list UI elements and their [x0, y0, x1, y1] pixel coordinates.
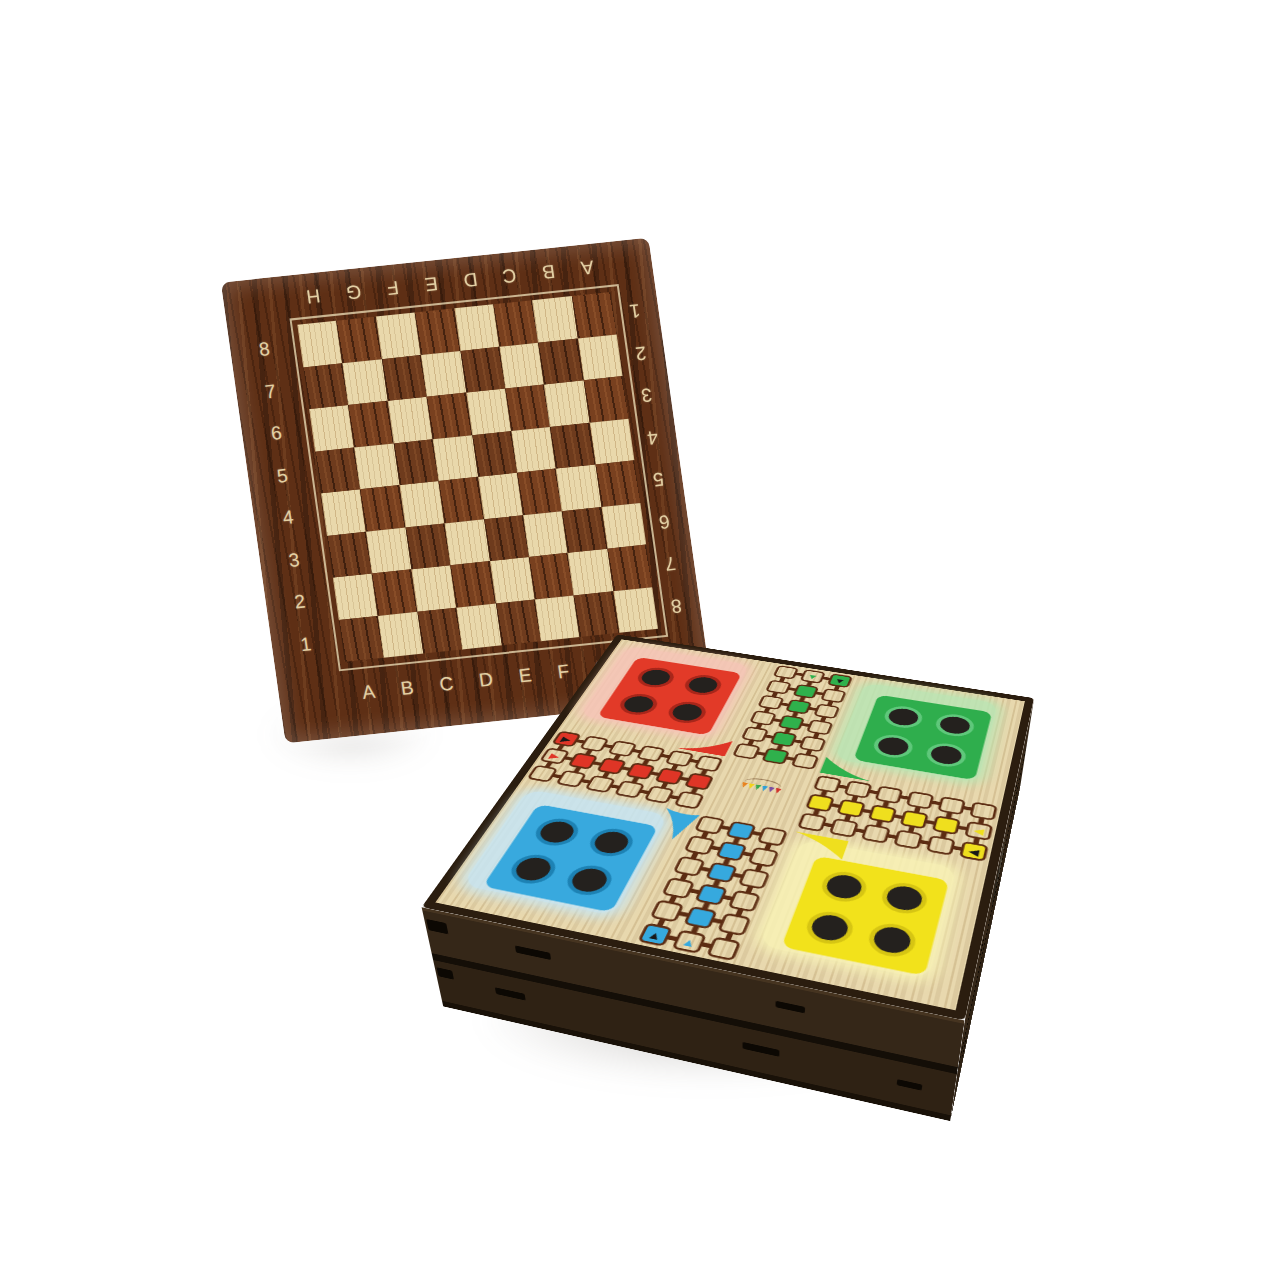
chess-rank-label-left: 7: [264, 380, 278, 403]
ludo-cell-r9c14: [926, 835, 956, 856]
ludo-cell-r15c8: ▲: [671, 929, 707, 954]
chess-square-c5: [393, 439, 438, 485]
chess-file-label-top: G: [345, 280, 363, 303]
chess-rank-label-right: 5: [651, 468, 665, 491]
chess-square-a7: [303, 363, 348, 409]
chess-square-d3: [444, 519, 489, 565]
brand-logo-pennant: [753, 784, 761, 790]
chess-square-a8: [297, 321, 342, 367]
ludo-arrow-glyph: ▼: [833, 677, 847, 685]
ludo-connector: [690, 925, 699, 934]
chess-square-h7: [577, 334, 622, 380]
ludo-cell-r9c11: [829, 818, 859, 838]
ludo-cell-r14c7: [650, 899, 685, 922]
chess-square-e1: [495, 599, 540, 645]
ludo-connector: [951, 846, 963, 851]
ludo-cell-r12c8-blue: [705, 862, 738, 884]
ludo-yard-disc-green: [924, 741, 969, 769]
chess-rank-label-right: 7: [663, 552, 677, 575]
ludo-cell-r7c15: [969, 802, 998, 821]
chess-square-b4: [360, 485, 405, 531]
chess-file-label-top: B: [541, 260, 557, 283]
ludo-connector: [732, 873, 745, 879]
chess-square-g5: [550, 422, 595, 468]
ludo-connector: [712, 879, 721, 887]
ludo-connector: [679, 873, 688, 881]
ludo-cell-r8c10-yellow: [805, 793, 835, 812]
ludo-cell-r10c8-blue: [725, 821, 757, 841]
ludo-connector: [735, 908, 744, 917]
chess-square-e6: [466, 388, 511, 434]
chess-square-e5: [472, 431, 517, 477]
ludo-yard-blue: [483, 804, 659, 912]
ludo-connector: [701, 902, 710, 911]
ludo-arrow-glyph: ▶: [548, 752, 562, 761]
ludo-arrow-glyph: ◀: [968, 846, 981, 857]
ludo-cell-r8c11-yellow: [836, 799, 866, 818]
chess-square-g7: [538, 338, 583, 384]
ludo-connector: [882, 801, 889, 808]
chess-square-a3: [327, 531, 372, 577]
ludo-connector: [732, 837, 740, 845]
chess-rank-label-left: 6: [270, 422, 284, 445]
chess-square-f7: [499, 342, 544, 388]
chess-file-label-top: H: [305, 284, 322, 307]
chess-square-c6: [388, 397, 433, 443]
chess-square-a1: [339, 615, 384, 661]
chess-square-b6: [348, 401, 393, 447]
chess-square-d5: [433, 435, 478, 481]
ludo-yard-disc-yellow: [865, 920, 919, 960]
chess-square-h3: [601, 502, 646, 548]
ludo-cell-r15c9: [706, 936, 741, 961]
ludo-arrow-glyph: ▲: [646, 928, 665, 941]
chess-square-b1: [378, 611, 423, 657]
chess-square-d8: [415, 308, 460, 354]
ludo-cell-r9c13: [893, 829, 923, 849]
box-joint-slot: [776, 1001, 806, 1014]
ludo-connector: [908, 826, 915, 834]
chess-square-a4: [321, 489, 366, 535]
chess-square-h1: [613, 587, 658, 633]
box-joint-slot: [437, 967, 454, 979]
chess-square-d7: [421, 350, 466, 396]
ludo-connector: [690, 852, 699, 860]
ludo-cell-r8c12-yellow: [868, 804, 898, 823]
ludo-cell-r8c14-yellow: [932, 815, 961, 835]
ludo-cell-r12c9: [738, 868, 771, 890]
ludo-connector: [812, 809, 820, 816]
ludo-connector: [957, 825, 969, 830]
chess-file-label-top: E: [423, 272, 439, 295]
ludo-yard-disc-blue: [584, 826, 639, 860]
chess-file-label-bottom: F: [556, 660, 571, 683]
ludo-connector: [946, 812, 953, 819]
ludo-connector: [919, 840, 931, 845]
ludo-cell-r9c5: [644, 785, 675, 804]
chess-square-c8: [376, 312, 421, 358]
chess-square-g4: [556, 464, 601, 510]
ludo-connector: [820, 790, 828, 797]
ludo-connector: [893, 814, 905, 819]
ludo-cell-r6c9: [791, 752, 820, 770]
brand-logo-pennant: [747, 783, 755, 789]
ludo-connector: [668, 895, 677, 904]
chess-rank-label-right: 2: [634, 341, 648, 364]
chess-square-c3: [405, 523, 450, 569]
ludo-cell-r11c9: [747, 847, 779, 868]
chess-square-e7: [460, 346, 505, 392]
ludo-yard-disc-red: [664, 699, 711, 725]
ludo-cell-r8c6-red: [684, 772, 715, 790]
chess-square-d2: [450, 561, 495, 607]
ludo-cell-r8c15: ◀: [964, 821, 993, 841]
ludo-connector: [699, 866, 711, 872]
ludo-yard-disc-green: [870, 732, 915, 760]
ludo-connector: [940, 831, 947, 839]
ludo-yard-disc-yellow: [818, 869, 871, 906]
chess-square-e8: [454, 304, 499, 350]
ludo-cell-r9c6: [674, 791, 705, 810]
ludo-connector: [844, 814, 852, 821]
ludo-connector: [690, 787, 698, 794]
box-joint-slot: [743, 1042, 780, 1057]
ludo-connector: [677, 911, 690, 917]
chess-square-a5: [315, 447, 360, 493]
ludo-connector: [822, 822, 834, 827]
direction-fin-yellow: [786, 830, 851, 861]
ludo-cell-r7c13: [906, 791, 935, 810]
chess-square-h4: [595, 460, 640, 506]
chess-square-e2: [490, 557, 535, 603]
ludo-connector: [886, 834, 898, 839]
ludo-connector: [721, 895, 734, 901]
chess-square-h5: [589, 418, 634, 464]
ludo-connector: [666, 935, 679, 941]
ludo-connector: [725, 932, 734, 941]
ludo-connector: [668, 795, 680, 800]
chess-file-label-bottom: A: [361, 681, 377, 704]
ludo-cell-r14c8-blue: [683, 906, 718, 930]
chess-rank-label-left: 5: [275, 465, 289, 488]
ludo-cell-r12c7: [673, 856, 706, 877]
chess-square-a2: [333, 573, 378, 619]
ludo-arrow-glyph: ◀: [973, 826, 985, 836]
box-joint-slot: [515, 945, 551, 960]
ludo-yard-disc-red: [680, 673, 725, 698]
chess-rank-label-left: 1: [299, 633, 313, 656]
box-joint-slot: [897, 1079, 923, 1091]
chess-square-c1: [417, 607, 462, 653]
ludo-cell-r13c9: [728, 890, 762, 913]
ludo-connector: [962, 806, 973, 811]
chess-square-a6: [309, 405, 354, 451]
ludo-connector: [722, 858, 731, 866]
box-joint-slot: [426, 919, 448, 934]
chess-file-label-bottom: E: [517, 664, 533, 687]
ludo-cell-r10c9: [757, 826, 788, 846]
ludo-yard-disc-green: [933, 712, 976, 739]
ludo-cell-r7c12: [874, 785, 903, 804]
ludo-connector: [755, 864, 764, 872]
chess-square-g3: [562, 507, 607, 553]
ludo-yard-glow-blue: [462, 789, 669, 916]
chess-file-label-top: C: [501, 264, 518, 287]
ludo-connector: [925, 820, 937, 825]
chess-rank-label-left: 2: [293, 591, 307, 614]
chess-square-f5: [511, 426, 556, 472]
chess-square-f4: [517, 469, 562, 515]
chess-rank-label-right: 3: [640, 384, 654, 407]
ludo-arrow-glyph: ▶: [560, 735, 574, 744]
ludo-cell-r13c7: [661, 877, 695, 899]
chess-square-h6: [583, 376, 628, 422]
ludo-connector: [700, 942, 713, 948]
chess-square-c7: [382, 355, 427, 401]
chess-square-b8: [337, 317, 382, 363]
chess-square-h2: [607, 545, 652, 591]
brand-logo: [728, 774, 794, 803]
ludo-cell-r11c7: [683, 835, 715, 856]
chess-rank-label-right: 8: [669, 594, 683, 617]
ludo-yard-disc-blue: [504, 852, 562, 887]
ludo-arrow-glyph: ▼: [806, 673, 820, 681]
chess-square-g8: [532, 296, 577, 342]
chess-rank-label-right: 1: [628, 299, 642, 322]
chess-square-d6: [427, 393, 472, 439]
chess-square-e3: [484, 515, 529, 561]
ludo-connector: [719, 825, 731, 830]
ludo-connector: [876, 820, 884, 828]
ludo-cell-r11c8-blue: [715, 841, 747, 862]
ludo-yard-disc-green: [881, 704, 925, 730]
chess-rank-label-left: 4: [281, 507, 295, 530]
chess-rank-label-right: 4: [645, 426, 659, 449]
brand-logo-pennant: [767, 787, 775, 793]
chess-file-label-top: D: [462, 268, 479, 291]
ludo-cell-r7c6: [694, 755, 724, 773]
ludo-cell-r9c10: [797, 812, 828, 832]
chess-square-b7: [342, 359, 387, 405]
chess-square-f2: [529, 553, 574, 599]
chess-file-label-bottom: D: [478, 668, 495, 691]
ludo-connector: [751, 831, 763, 836]
chess-square-h8: [571, 292, 616, 338]
chess-square-g1: [574, 591, 619, 637]
chess-square-d1: [456, 603, 501, 649]
chess-file-label-top: A: [580, 256, 596, 279]
chess-square-g6: [544, 380, 589, 426]
ludo-connector: [899, 795, 910, 800]
chess-square-d4: [439, 477, 484, 523]
chess-square-e4: [478, 473, 523, 519]
ludo-yard-disc-red: [633, 666, 679, 690]
chess-square-b5: [354, 443, 399, 489]
chess-file-label-bottom: B: [399, 677, 415, 700]
ludo-yard-disc-red: [615, 692, 662, 718]
box-joint-slot: [962, 1034, 967, 1060]
chess-square-g2: [568, 549, 613, 595]
direction-fin-blue: [649, 807, 702, 844]
chess-rank-label-left: 8: [258, 338, 272, 361]
ludo-connector: [914, 806, 921, 813]
ludo-connector: [741, 851, 753, 856]
ludo-connector: [701, 831, 710, 839]
ludo-connector: [764, 843, 772, 851]
ludo-yard-yellow: [781, 856, 949, 976]
ludo-connector: [711, 918, 724, 924]
ludo-connector: [930, 800, 941, 805]
ludo-connector: [978, 817, 985, 825]
chess-square-f3: [523, 511, 568, 557]
ludo-connector: [854, 828, 866, 833]
ludo-connector: [973, 837, 980, 845]
ludo-cell-r9c15-yellow: ◀: [959, 841, 989, 862]
ludo-connector: [830, 803, 842, 808]
ludo-connector: [745, 885, 754, 894]
ludo-cell-r13c8-blue: [694, 883, 728, 906]
brand-logo-pennant: [774, 788, 782, 794]
ludo-yard-disc-yellow: [878, 880, 930, 917]
ludo-yard-glow-yellow: [759, 839, 957, 979]
chess-square-b2: [372, 569, 417, 615]
ludo-cell-r15c7-blue: ▲: [637, 923, 673, 947]
ludo-cell-r9c12: [861, 824, 891, 844]
chess-square-f8: [493, 300, 538, 346]
ludo-yard-disc-yellow: [802, 908, 857, 947]
ludo-yard-disc-blue: [529, 816, 584, 849]
ludo-connector: [688, 888, 701, 894]
ludo-cell-r8c13-yellow: [900, 810, 929, 830]
chess-rank-label-right: 6: [657, 510, 671, 533]
chess-grid: [297, 292, 658, 662]
chess-file-label-top: F: [385, 276, 400, 299]
ludo-connector: [851, 795, 858, 802]
brand-logo-pennant: [740, 782, 748, 788]
ludo-track: ▼▼▶▶◀◀▲▲: [622, 639, 1025, 701]
chess-square-c2: [411, 565, 456, 611]
chess-square-f6: [505, 384, 550, 430]
chess-file-label-bottom: C: [438, 673, 455, 696]
chess-square-c4: [399, 481, 444, 527]
ludo-connector: [861, 809, 873, 814]
chess-rank-label-left: 3: [287, 549, 301, 572]
ludo-connector: [656, 918, 666, 927]
product-photo-scene: HGFEDCBA ABCDEFGH 87654321 12345678 ▼▼▶▶…: [0, 0, 1280, 1280]
box-joint-slot: [495, 987, 526, 1000]
chess-square-f1: [535, 595, 580, 641]
ludo-cell-r7c14: [937, 796, 966, 815]
ludo-connector: [709, 845, 721, 850]
brand-logo-pennant: [760, 785, 768, 791]
ludo-yard-disc-blue: [561, 862, 618, 898]
chess-square-b3: [366, 527, 411, 573]
ludo-cell-r10c7: [694, 815, 726, 835]
ludo-cell-r14c9: [717, 913, 752, 937]
ludo-arrow-glyph: ▲: [680, 935, 699, 948]
